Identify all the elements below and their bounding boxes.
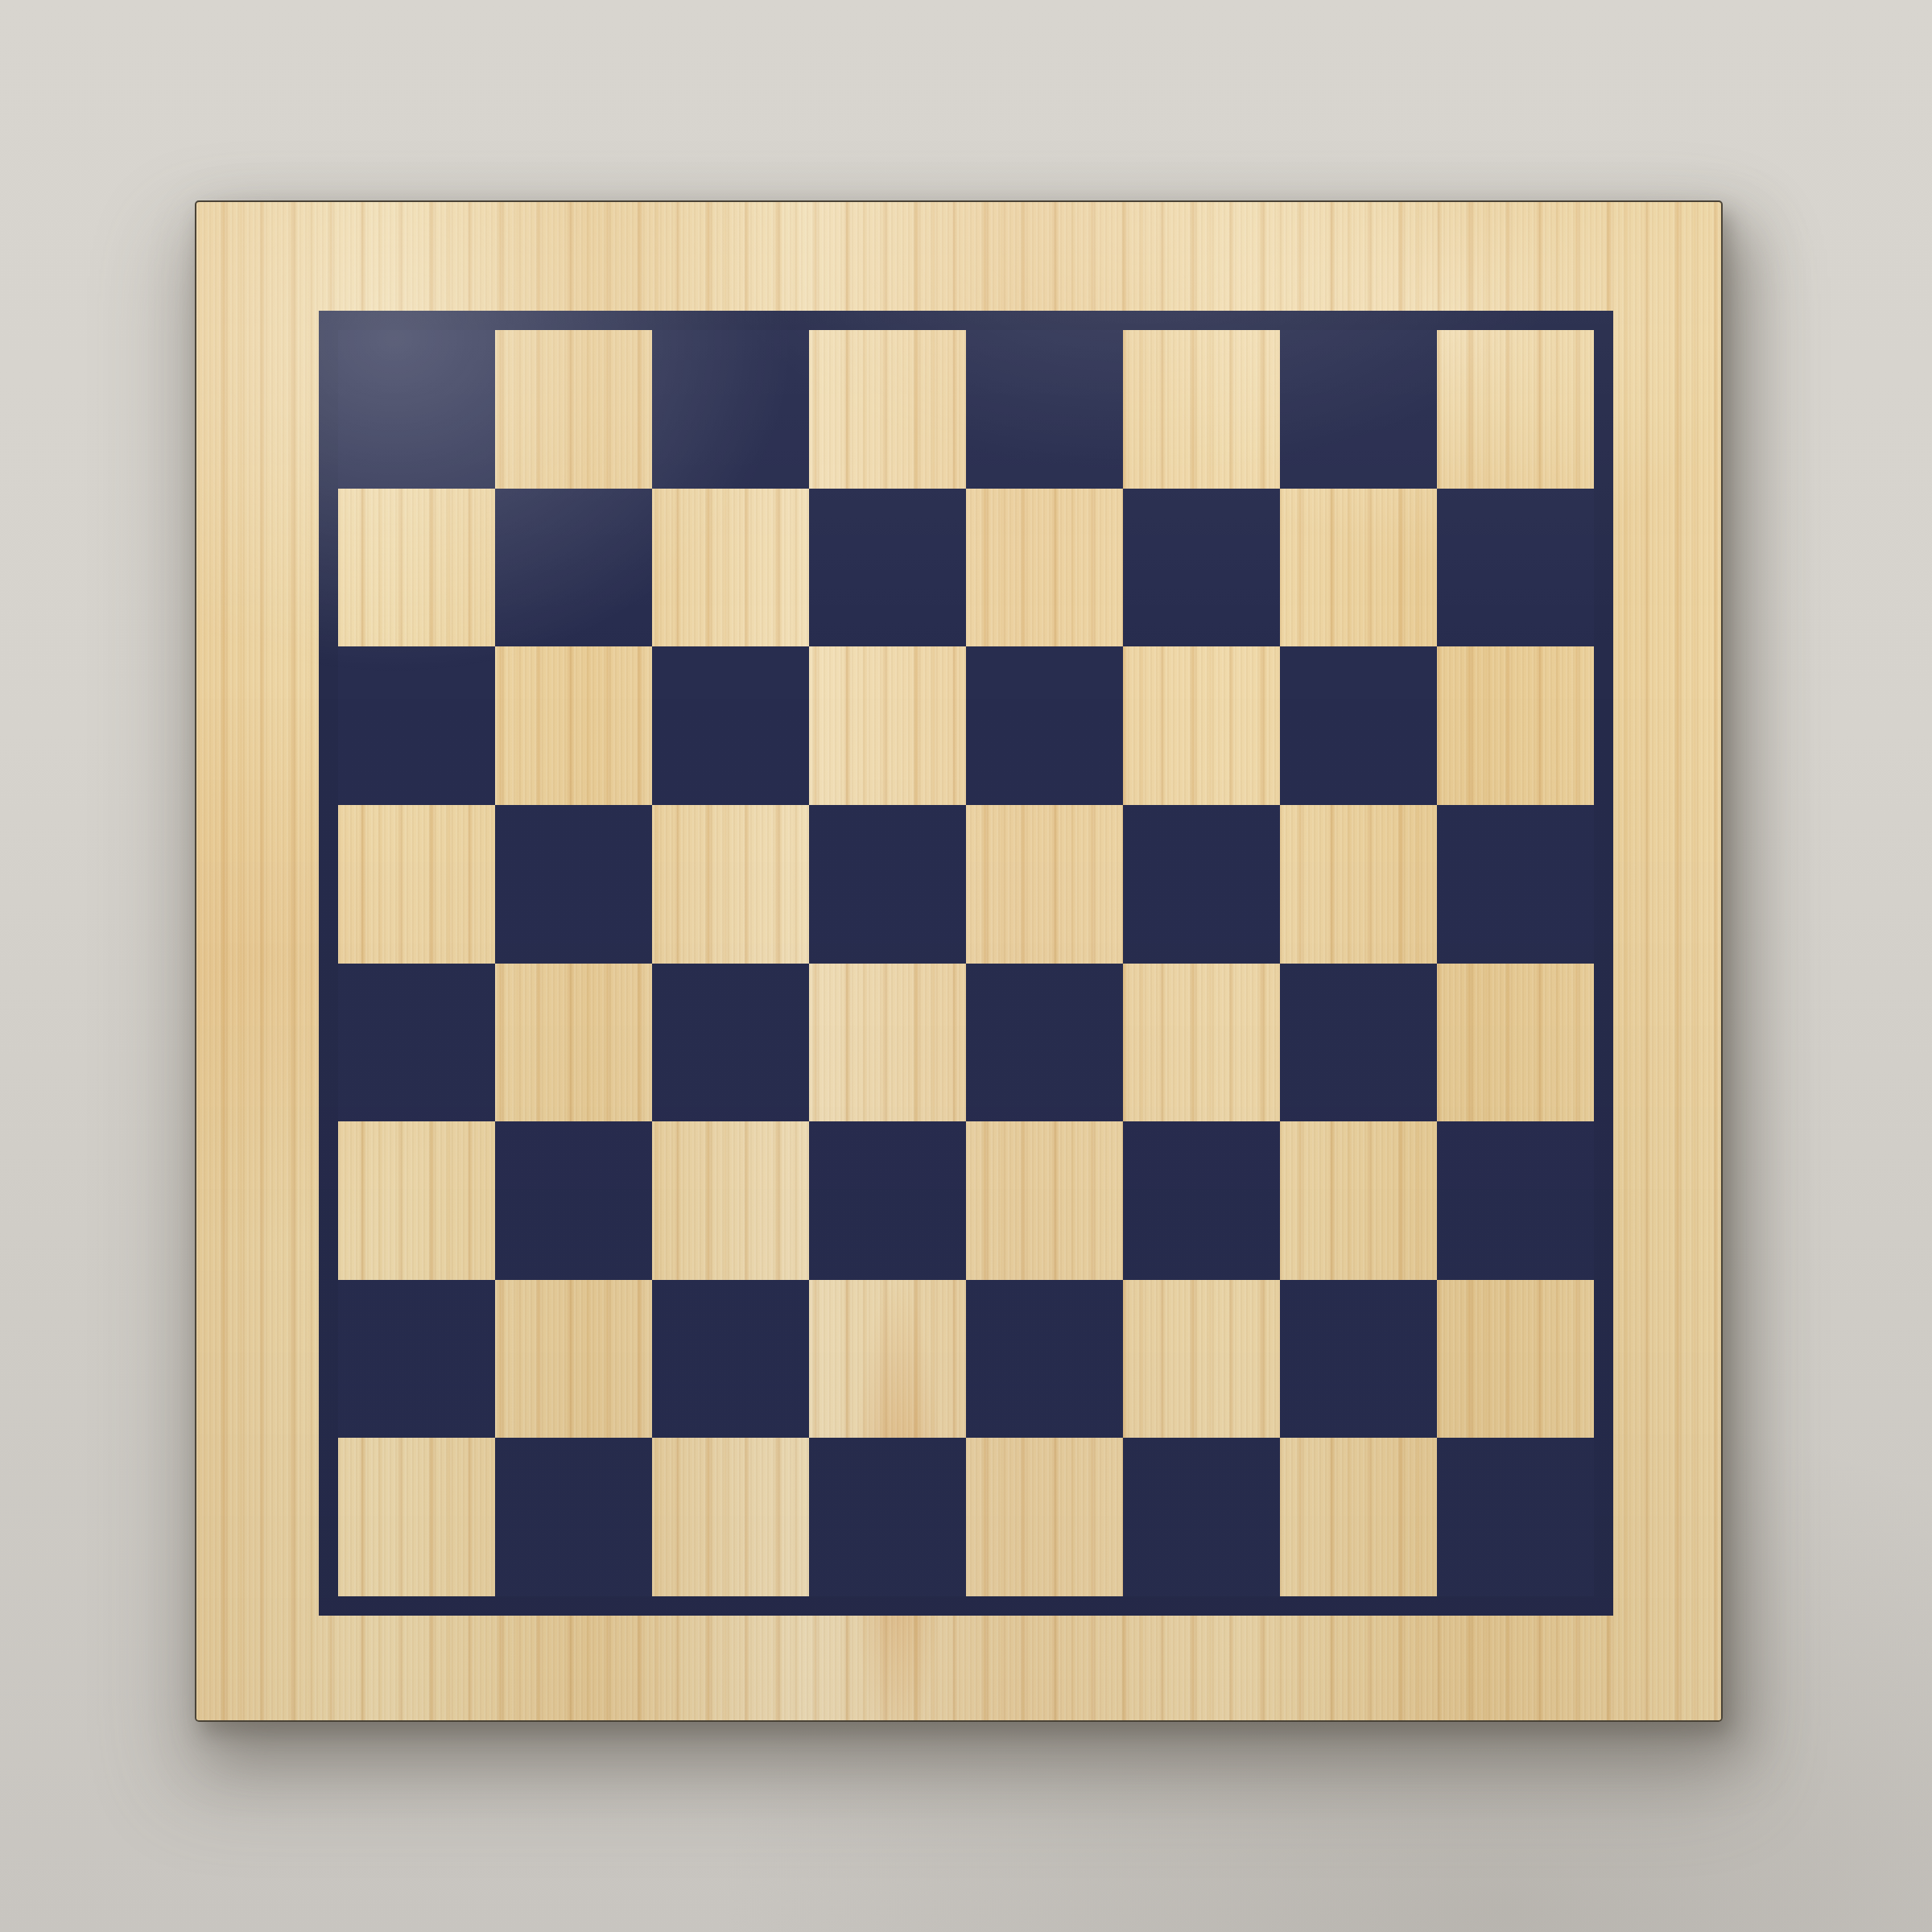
square-h2[interactable]	[1437, 1280, 1594, 1439]
square-b7[interactable]	[495, 489, 652, 647]
square-b8[interactable]	[495, 330, 652, 489]
square-g6[interactable]	[1280, 646, 1437, 805]
square-g3[interactable]	[1280, 1121, 1437, 1280]
square-a5[interactable]	[338, 805, 495, 964]
square-a2[interactable]	[338, 1280, 495, 1439]
square-g7[interactable]	[1280, 489, 1437, 647]
square-e2[interactable]	[966, 1280, 1123, 1439]
square-g8[interactable]	[1280, 330, 1437, 489]
square-a1[interactable]	[338, 1438, 495, 1596]
square-e3[interactable]	[966, 1121, 1123, 1280]
square-h5[interactable]	[1437, 805, 1594, 964]
square-f8[interactable]	[1123, 330, 1280, 489]
square-d5[interactable]	[809, 805, 966, 964]
square-a4[interactable]	[338, 964, 495, 1122]
square-b5[interactable]	[495, 805, 652, 964]
square-c2[interactable]	[652, 1280, 809, 1439]
square-f3[interactable]	[1123, 1121, 1280, 1280]
square-f5[interactable]	[1123, 805, 1280, 964]
square-a6[interactable]	[338, 646, 495, 805]
square-b1[interactable]	[495, 1438, 652, 1596]
square-f2[interactable]	[1123, 1280, 1280, 1439]
square-d4[interactable]	[809, 964, 966, 1122]
square-e5[interactable]	[966, 805, 1123, 964]
square-f4[interactable]	[1123, 964, 1280, 1122]
square-a7[interactable]	[338, 489, 495, 647]
square-h8[interactable]	[1437, 330, 1594, 489]
square-d3[interactable]	[809, 1121, 966, 1280]
square-e6[interactable]	[966, 646, 1123, 805]
square-g1[interactable]	[1280, 1438, 1437, 1596]
square-h3[interactable]	[1437, 1121, 1594, 1280]
scene-wall	[0, 0, 1932, 1932]
square-g5[interactable]	[1280, 805, 1437, 964]
square-b3[interactable]	[495, 1121, 652, 1280]
square-b4[interactable]	[495, 964, 652, 1122]
square-c1[interactable]	[652, 1438, 809, 1596]
square-c5[interactable]	[652, 805, 809, 964]
square-h6[interactable]	[1437, 646, 1594, 805]
checkerboard-grid	[319, 311, 1613, 1616]
square-d1[interactable]	[809, 1438, 966, 1596]
square-d6[interactable]	[809, 646, 966, 805]
square-d8[interactable]	[809, 330, 966, 489]
square-e7[interactable]	[966, 489, 1123, 647]
square-d7[interactable]	[809, 489, 966, 647]
square-f1[interactable]	[1123, 1438, 1280, 1596]
square-c4[interactable]	[652, 964, 809, 1122]
square-c3[interactable]	[652, 1121, 809, 1280]
square-b6[interactable]	[495, 646, 652, 805]
square-a8[interactable]	[338, 330, 495, 489]
square-h1[interactable]	[1437, 1438, 1594, 1596]
square-a3[interactable]	[338, 1121, 495, 1280]
square-e4[interactable]	[966, 964, 1123, 1122]
square-b2[interactable]	[495, 1280, 652, 1439]
square-f6[interactable]	[1123, 646, 1280, 805]
square-c8[interactable]	[652, 330, 809, 489]
game-board	[195, 200, 1723, 1722]
square-e1[interactable]	[966, 1438, 1123, 1596]
square-h4[interactable]	[1437, 964, 1594, 1122]
square-g2[interactable]	[1280, 1280, 1437, 1439]
square-f7[interactable]	[1123, 489, 1280, 647]
square-e8[interactable]	[966, 330, 1123, 489]
square-h7[interactable]	[1437, 489, 1594, 647]
square-g4[interactable]	[1280, 964, 1437, 1122]
square-d2[interactable]	[809, 1280, 966, 1439]
square-c6[interactable]	[652, 646, 809, 805]
square-c7[interactable]	[652, 489, 809, 647]
